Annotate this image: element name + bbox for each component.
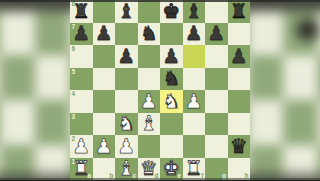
square-c4[interactable]	[115, 90, 138, 113]
square-c2[interactable]: ♟	[115, 135, 138, 158]
file-label-b: b	[110, 173, 114, 180]
white-rook[interactable]: ♜	[70, 158, 93, 181]
square-g2[interactable]	[205, 135, 228, 158]
square-a5[interactable]: 5	[70, 68, 93, 91]
square-h8[interactable]: ♜	[228, 0, 251, 23]
square-f8[interactable]: ♝	[183, 0, 206, 23]
square-e5[interactable]: ♞	[160, 68, 183, 91]
black-queen[interactable]: ♛	[228, 135, 251, 158]
square-a1[interactable]: 1a♜	[70, 158, 93, 181]
square-h3[interactable]	[228, 113, 251, 136]
square-h6[interactable]: ♟	[228, 45, 251, 68]
video-frame: 8♜♝♚♝♜7♟♟♞♟♟6♟♟♟5♞4♟♞♟3♞♝2♟♟♟♛1a♜bc♝d♛e♚…	[0, 0, 320, 180]
square-b5[interactable]	[93, 68, 116, 91]
square-c8[interactable]: ♝	[115, 0, 138, 23]
white-bishop[interactable]: ♝	[138, 113, 161, 136]
square-a6[interactable]: 6	[70, 45, 93, 68]
square-g5[interactable]	[205, 68, 228, 91]
chess-board: 8♜♝♚♝♜7♟♟♞♟♟6♟♟♟5♞4♟♞♟3♞♝2♟♟♟♛1a♜bc♝d♛e♚…	[70, 0, 250, 180]
square-h7[interactable]	[228, 23, 251, 46]
white-pawn[interactable]: ♟	[115, 135, 138, 158]
rank-label-6: 6	[72, 46, 76, 53]
background-blur-right	[240, 0, 320, 180]
black-pawn[interactable]: ♟	[228, 45, 251, 68]
square-a8[interactable]: 8♜	[70, 0, 93, 23]
white-king[interactable]: ♚	[160, 158, 183, 181]
square-d3[interactable]: ♝	[138, 113, 161, 136]
black-pawn[interactable]: ♟	[115, 45, 138, 68]
square-e4[interactable]: ♞	[160, 90, 183, 113]
rank-label-5: 5	[72, 69, 76, 76]
square-c5[interactable]	[115, 68, 138, 91]
square-e3[interactable]	[160, 113, 183, 136]
square-a2[interactable]: 2♟	[70, 135, 93, 158]
square-b7[interactable]: ♟	[93, 23, 116, 46]
square-g1[interactable]: g	[205, 158, 228, 181]
square-b2[interactable]: ♟	[93, 135, 116, 158]
white-queen[interactable]: ♛	[138, 158, 161, 181]
black-pawn[interactable]: ♟	[183, 23, 206, 46]
square-f5[interactable]	[183, 68, 206, 91]
square-h2[interactable]: ♛	[228, 135, 251, 158]
square-b8[interactable]	[93, 0, 116, 23]
square-f4[interactable]: ♟	[183, 90, 206, 113]
square-h1[interactable]: h	[228, 158, 251, 181]
black-bishop[interactable]: ♝	[183, 0, 206, 23]
black-knight[interactable]: ♞	[160, 68, 183, 91]
background-blur-left	[0, 0, 80, 180]
square-a4[interactable]: 4	[70, 90, 93, 113]
square-e1[interactable]: e♚	[160, 158, 183, 181]
black-rook[interactable]: ♜	[70, 0, 93, 23]
square-e2[interactable]	[160, 135, 183, 158]
square-a7[interactable]: 7♟	[70, 23, 93, 46]
square-c1[interactable]: c♝	[115, 158, 138, 181]
square-g8[interactable]	[205, 0, 228, 23]
black-pawn[interactable]: ♟	[160, 45, 183, 68]
square-c7[interactable]	[115, 23, 138, 46]
black-bishop[interactable]: ♝	[115, 0, 138, 23]
square-g6[interactable]	[205, 45, 228, 68]
square-g3[interactable]	[205, 113, 228, 136]
black-pawn[interactable]: ♟	[93, 23, 116, 46]
square-b1[interactable]: b	[93, 158, 116, 181]
square-f3[interactable]	[183, 113, 206, 136]
black-king[interactable]: ♚	[160, 0, 183, 23]
square-d7[interactable]: ♞	[138, 23, 161, 46]
square-d4[interactable]: ♟	[138, 90, 161, 113]
square-d2[interactable]	[138, 135, 161, 158]
white-pawn[interactable]: ♟	[138, 90, 161, 113]
square-f6[interactable]	[183, 45, 206, 68]
square-f7[interactable]: ♟	[183, 23, 206, 46]
square-d8[interactable]	[138, 0, 161, 23]
square-d5[interactable]	[138, 68, 161, 91]
white-pawn[interactable]: ♟	[70, 135, 93, 158]
black-pawn[interactable]: ♟	[205, 23, 228, 46]
square-f1[interactable]: f♜	[183, 158, 206, 181]
file-label-g: g	[222, 173, 226, 180]
square-f2[interactable]	[183, 135, 206, 158]
square-g7[interactable]: ♟	[205, 23, 228, 46]
square-h5[interactable]	[228, 68, 251, 91]
white-rook[interactable]: ♜	[183, 158, 206, 181]
square-d1[interactable]: d♛	[138, 158, 161, 181]
square-g4[interactable]	[205, 90, 228, 113]
black-pawn[interactable]: ♟	[70, 23, 93, 46]
black-knight[interactable]: ♞	[138, 23, 161, 46]
black-rook[interactable]: ♜	[228, 0, 251, 23]
white-bishop[interactable]: ♝	[115, 158, 138, 181]
white-knight[interactable]: ♞	[115, 113, 138, 136]
file-label-h: h	[245, 173, 249, 180]
rank-label-4: 4	[72, 91, 76, 98]
square-h4[interactable]	[228, 90, 251, 113]
rank-label-3: 3	[72, 114, 76, 121]
square-c3[interactable]: ♞	[115, 113, 138, 136]
square-e7[interactable]	[160, 23, 183, 46]
square-e8[interactable]: ♚	[160, 0, 183, 23]
square-a3[interactable]: 3	[70, 113, 93, 136]
square-b6[interactable]	[93, 45, 116, 68]
square-d6[interactable]	[138, 45, 161, 68]
square-b3[interactable]	[93, 113, 116, 136]
square-e6[interactable]: ♟	[160, 45, 183, 68]
square-b4[interactable]	[93, 90, 116, 113]
square-c6[interactable]: ♟	[115, 45, 138, 68]
white-pawn[interactable]: ♟	[183, 90, 206, 113]
white-pawn[interactable]: ♟	[93, 135, 116, 158]
white-knight[interactable]: ♞	[160, 90, 183, 113]
